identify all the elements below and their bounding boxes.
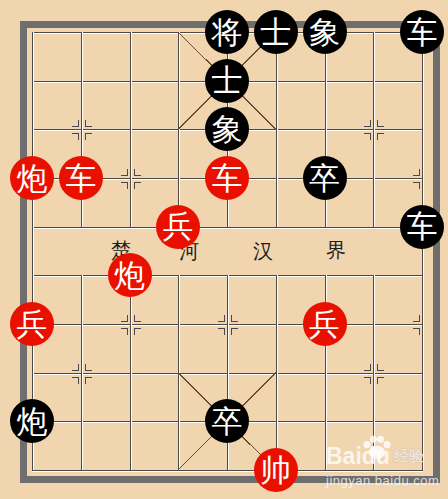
red-chariot[interactable]: 车 — [59, 156, 103, 200]
black-advisor[interactable]: 士 — [205, 59, 249, 103]
red-soldier[interactable]: 兵 — [10, 302, 54, 346]
black-elephant[interactable]: 象 — [303, 10, 347, 54]
red-general[interactable]: 帅 — [254, 448, 298, 492]
river-label-han: 汉 — [253, 238, 273, 265]
river-label-jie: 界 — [326, 237, 346, 264]
baidu-logo: Baidu 经验 — [326, 441, 448, 469]
black-advisor[interactable]: 士 — [254, 10, 298, 54]
xiangqi-board: 楚 河 汉 界 将士象车士象炮车车卒兵车炮兵兵炮卒帅 Baidu 经验 jing… — [0, 0, 448, 499]
watermark-url: jingyan.baidu.com — [326, 473, 448, 488]
baidu-watermark: Baidu 经验 jingyan.baidu.com — [326, 441, 448, 488]
black-chariot[interactable]: 车 — [400, 205, 444, 249]
black-soldier[interactable]: 卒 — [205, 399, 249, 443]
red-cannon[interactable]: 炮 — [10, 156, 54, 200]
baidu-paw-icon — [362, 434, 392, 460]
red-soldier[interactable]: 兵 — [156, 205, 200, 249]
baidu-jingyan-label: 经验 — [394, 447, 424, 469]
black-cannon[interactable]: 炮 — [10, 399, 54, 443]
black-elephant[interactable]: 象 — [205, 107, 249, 151]
red-soldier[interactable]: 兵 — [303, 302, 347, 346]
red-chariot[interactable]: 车 — [205, 156, 249, 200]
black-chariot[interactable]: 车 — [400, 10, 444, 54]
black-general[interactable]: 将 — [205, 10, 249, 54]
red-cannon[interactable]: 炮 — [108, 253, 152, 297]
black-soldier[interactable]: 卒 — [303, 156, 347, 200]
